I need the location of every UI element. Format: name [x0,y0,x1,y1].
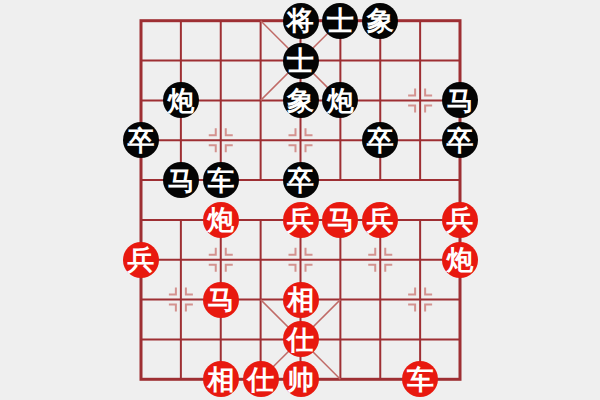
piece-black-soldier[interactable]: 卒 [362,122,398,158]
piece-red-cannon[interactable]: 炮 [442,242,478,278]
piece-red-horse[interactable]: 马 [203,282,239,318]
piece-black-advisor[interactable]: 士 [322,3,358,39]
piece-black-cannon[interactable]: 炮 [322,82,358,118]
piece-red-chariot[interactable]: 车 [402,361,438,397]
piece-red-soldier[interactable]: 兵 [283,202,319,238]
piece-black-chariot[interactable]: 车 [203,162,239,198]
piece-red-king[interactable]: 帅 [283,361,319,397]
piece-black-horse[interactable]: 马 [163,162,199,198]
piece-black-elephant[interactable]: 象 [283,82,319,118]
piece-red-soldier[interactable]: 兵 [442,202,478,238]
xiangqi-board[interactable]: 将士象士炮象炮马卒卒卒马车卒炮兵马兵兵兵炮马相仕相仕帅车 [121,1,480,399]
piece-red-soldier[interactable]: 兵 [362,202,398,238]
piece-black-soldier[interactable]: 卒 [442,122,478,158]
piece-black-soldier[interactable]: 卒 [123,122,159,158]
piece-black-horse[interactable]: 马 [442,82,478,118]
piece-red-soldier[interactable]: 兵 [123,242,159,278]
xiangqi-app: 将士象士炮象炮马卒卒卒马车卒炮兵马兵兵兵炮马相仕相仕帅车 [0,0,600,400]
piece-red-advisor[interactable]: 仕 [283,321,319,357]
piece-black-elephant[interactable]: 象 [362,3,398,39]
piece-black-soldier[interactable]: 卒 [283,162,319,198]
piece-red-advisor[interactable]: 仕 [243,361,279,397]
piece-red-elephant[interactable]: 相 [203,361,239,397]
piece-red-horse[interactable]: 马 [322,202,358,238]
piece-red-cannon[interactable]: 炮 [203,202,239,238]
piece-red-elephant[interactable]: 相 [283,282,319,318]
piece-black-cannon[interactable]: 炮 [163,82,199,118]
piece-black-general[interactable]: 将 [283,3,319,39]
piece-black-advisor[interactable]: 士 [283,43,319,79]
